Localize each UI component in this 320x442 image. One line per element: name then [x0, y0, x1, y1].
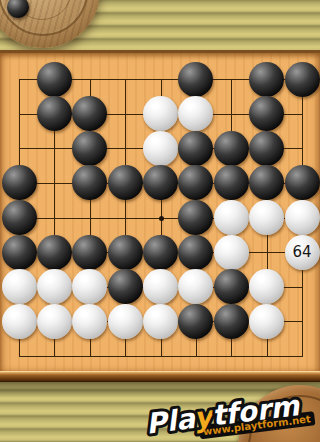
stone-black — [249, 165, 284, 200]
stone-white — [214, 200, 249, 235]
stone-black — [37, 96, 72, 131]
stone-white — [72, 304, 107, 339]
stone-black — [37, 235, 72, 270]
stone-black — [178, 200, 213, 235]
stone-white — [143, 304, 178, 339]
stone-black — [72, 96, 107, 131]
stone-white — [72, 269, 107, 304]
stone-white — [143, 131, 178, 166]
stone-white — [2, 269, 37, 304]
stone-white — [249, 200, 284, 235]
stone-white — [178, 96, 213, 131]
stone-black — [108, 165, 143, 200]
stone-black — [178, 165, 213, 200]
grid-line — [19, 356, 303, 357]
stone-black — [2, 165, 37, 200]
stone-black — [249, 62, 284, 97]
stone-black — [285, 62, 320, 97]
stone-white — [178, 269, 213, 304]
stone-black — [214, 304, 249, 339]
stone-black — [249, 131, 284, 166]
move-number-label: 64 — [285, 235, 320, 270]
stone-white: 64 — [285, 235, 320, 270]
stone-white — [143, 269, 178, 304]
stone-white — [2, 304, 37, 339]
stone-white — [108, 304, 143, 339]
go-board[interactable]: 64 — [0, 50, 320, 371]
stone-black — [72, 131, 107, 166]
stone-white — [143, 96, 178, 131]
stone-black — [2, 200, 37, 235]
stone-black — [178, 235, 213, 270]
stone-white — [249, 269, 284, 304]
stone-black — [2, 235, 37, 270]
stone-black — [108, 269, 143, 304]
stone-black — [72, 235, 107, 270]
stone-black — [285, 165, 320, 200]
hoshi-point — [159, 216, 164, 221]
stone-white — [214, 235, 249, 270]
logo-text-pla: Pla — [144, 402, 198, 441]
stone-black — [37, 62, 72, 97]
playtform-logo: Playtform www.playtform.net — [142, 384, 320, 442]
stone-black — [178, 62, 213, 97]
stone-white — [37, 304, 72, 339]
go-app-screen: 64 Playtform www.playtform.net — [0, 0, 320, 442]
stone-black — [108, 235, 143, 270]
stone-white — [37, 269, 72, 304]
stone-black — [143, 235, 178, 270]
stone-black — [178, 131, 213, 166]
board-edge — [0, 371, 320, 382]
stone-white — [285, 200, 320, 235]
stone-black — [249, 96, 284, 131]
stone-black — [214, 131, 249, 166]
stone-black — [143, 165, 178, 200]
stone-black — [214, 269, 249, 304]
stone-black — [214, 165, 249, 200]
stone-black — [178, 304, 213, 339]
stone-black — [72, 165, 107, 200]
stone-white — [249, 304, 284, 339]
